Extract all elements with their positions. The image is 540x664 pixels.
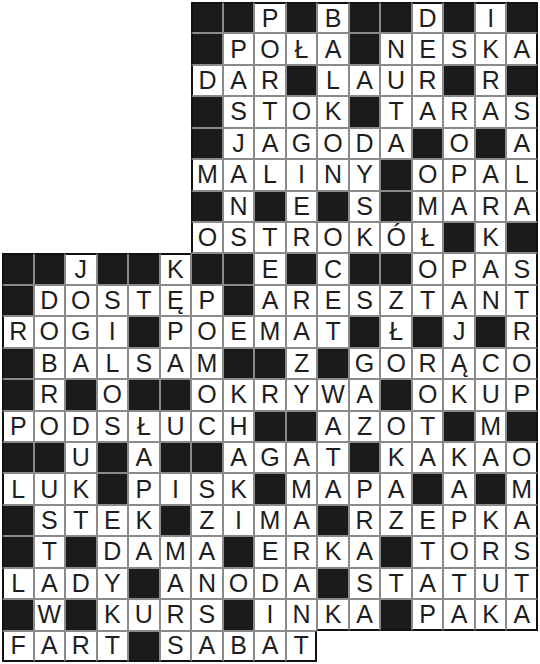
letter-cell-r11c13[interactable]: Ł — [380, 316, 412, 347]
letter-cell-r11c7[interactable]: O — [191, 316, 223, 347]
letter-cell-r12c3[interactable]: A — [65, 348, 97, 379]
letter-cell-r5c12[interactable]: D — [349, 128, 381, 159]
letter-cell-r12c2[interactable]: B — [34, 348, 66, 379]
block-cell-r7c13 — [380, 191, 412, 222]
letter-cell-r9c9[interactable]: E — [254, 253, 286, 284]
letter-cell-r20c9[interactable]: I — [254, 599, 286, 630]
letter-cell-r18c9[interactable]: E — [254, 536, 286, 567]
outside-area — [128, 222, 160, 253]
letter-cell-r19c1[interactable]: L — [2, 568, 34, 599]
outside-area — [34, 2, 66, 33]
letter-cell-r3c12[interactable]: A — [349, 65, 381, 96]
letter-cell-r21c10[interactable]: T — [286, 631, 318, 662]
letter-cell-r19c14[interactable]: A — [412, 568, 444, 599]
block-cell-r17c11 — [317, 505, 349, 536]
letter-cell-r5c15[interactable]: O — [443, 128, 475, 159]
outside-area — [97, 222, 129, 253]
letter-cell-r21c3[interactable]: R — [65, 631, 97, 662]
letter-cell-r16c15[interactable]: A — [443, 473, 475, 504]
letter-cell-r17c3[interactable]: T — [65, 505, 97, 536]
outside-area — [160, 65, 192, 96]
letter-cell-r19c6[interactable]: A — [160, 568, 192, 599]
block-cell-r14c10 — [286, 411, 318, 442]
outside-area — [506, 631, 538, 662]
block-cell-r13c5 — [128, 379, 160, 410]
outside-area — [2, 33, 34, 64]
block-cell-r17c1 — [2, 505, 34, 536]
letter-cell-r11c6[interactable]: P — [160, 316, 192, 347]
letter-cell-r18c5[interactable]: A — [128, 536, 160, 567]
letter-cell-r19c16[interactable]: U — [475, 568, 507, 599]
block-cell-r15c12 — [349, 442, 381, 473]
letter-cell-r2c11[interactable]: A — [317, 33, 349, 64]
block-cell-r3c17 — [506, 65, 538, 96]
letter-cell-r8c11[interactable]: O — [317, 222, 349, 253]
letter-cell-r18c6[interactable]: M — [160, 536, 192, 567]
letter-cell-r15c9[interactable]: G — [254, 442, 286, 473]
letter-cell-r11c10[interactable]: A — [286, 316, 318, 347]
letter-cell-r17c13[interactable]: Z — [380, 505, 412, 536]
letter-cell-r10c4[interactable]: S — [97, 285, 129, 316]
letter-cell-r16c17[interactable]: M — [506, 473, 538, 504]
letter-cell-r11c9[interactable]: M — [254, 316, 286, 347]
block-cell-r1c8 — [223, 2, 255, 33]
letter-cell-r4c16[interactable]: A — [475, 96, 507, 127]
letter-cell-r14c8[interactable]: H — [223, 411, 255, 442]
letter-cell-r18c16[interactable]: R — [475, 536, 507, 567]
letter-cell-r19c17[interactable]: T — [506, 568, 538, 599]
letter-cell-r16c3[interactable]: K — [65, 473, 97, 504]
outside-area — [34, 159, 66, 190]
outside-area — [65, 65, 97, 96]
letter-cell-r11c11[interactable]: T — [317, 316, 349, 347]
letter-cell-r17c10[interactable]: A — [286, 505, 318, 536]
letter-cell-r7c8[interactable]: N — [223, 191, 255, 222]
letter-cell-r8c12[interactable]: K — [349, 222, 381, 253]
outside-area — [349, 631, 381, 662]
block-cell-r5c16 — [475, 128, 507, 159]
letter-cell-r12c13[interactable]: O — [380, 348, 412, 379]
outside-area — [97, 159, 129, 190]
outside-area — [128, 128, 160, 159]
letter-cell-r10c12[interactable]: S — [349, 285, 381, 316]
letter-cell-r2c14[interactable]: E — [412, 33, 444, 64]
block-cell-r1c10 — [286, 2, 318, 33]
block-cell-r9c13 — [380, 253, 412, 284]
letter-cell-r7c16[interactable]: R — [475, 191, 507, 222]
letter-cell-r19c8[interactable]: O — [223, 568, 255, 599]
letter-cell-r17c8[interactable]: I — [223, 505, 255, 536]
letter-cell-r20c7[interactable]: S — [191, 599, 223, 630]
outside-area — [2, 222, 34, 253]
letter-cell-r15c15[interactable]: K — [443, 442, 475, 473]
letter-cell-r12c12[interactable]: G — [349, 348, 381, 379]
letter-cell-r19c2[interactable]: A — [34, 568, 66, 599]
letter-cell-r2c9[interactable]: O — [254, 33, 286, 64]
outside-area — [412, 631, 444, 662]
letter-cell-r17c15[interactable]: P — [443, 505, 475, 536]
letter-cell-r19c10[interactable]: A — [286, 568, 318, 599]
block-cell-r10c8 — [223, 285, 255, 316]
letter-cell-r9c11[interactable]: C — [317, 253, 349, 284]
letter-cell-r11c4[interactable]: I — [97, 316, 129, 347]
letter-cell-r14c2[interactable]: O — [34, 411, 66, 442]
letter-cell-r21c2[interactable]: A — [34, 631, 66, 662]
block-cell-r13c13 — [380, 379, 412, 410]
letter-cell-r15c13[interactable]: K — [380, 442, 412, 473]
letter-cell-r17c2[interactable]: S — [34, 505, 66, 536]
letter-cell-r11c8[interactable]: E — [223, 316, 255, 347]
letter-cell-r21c9[interactable]: A — [254, 631, 286, 662]
letter-cell-r14c1[interactable]: P — [2, 411, 34, 442]
letter-cell-r6c16[interactable]: A — [475, 159, 507, 190]
letter-cell-r12c10[interactable]: Z — [286, 348, 318, 379]
letter-cell-r2c16[interactable]: K — [475, 33, 507, 64]
letter-cell-r8c7[interactable]: O — [191, 222, 223, 253]
letter-cell-r13c16[interactable]: U — [475, 379, 507, 410]
outside-area — [317, 631, 349, 662]
letter-cell-r10c9[interactable]: A — [254, 285, 286, 316]
letter-cell-r5c8[interactable]: J — [223, 128, 255, 159]
letter-cell-r1c14[interactable]: D — [412, 2, 444, 33]
letter-cell-r1c16[interactable]: I — [475, 2, 507, 33]
letter-cell-r20c10[interactable]: N — [286, 599, 318, 630]
letter-cell-r14c13[interactable]: O — [380, 411, 412, 442]
letter-cell-r9c6[interactable]: K — [160, 253, 192, 284]
letter-cell-r4c17[interactable]: S — [506, 96, 538, 127]
letter-cell-r16c5[interactable]: P — [128, 473, 160, 504]
letter-cell-r2c15[interactable]: S — [443, 33, 475, 64]
block-cell-r20c13 — [380, 599, 412, 630]
letter-cell-r3c11[interactable]: L — [317, 65, 349, 96]
letter-cell-r3c13[interactable]: U — [380, 65, 412, 96]
block-cell-r3c10 — [286, 65, 318, 96]
outside-area — [2, 159, 34, 190]
block-cell-r17c6 — [160, 505, 192, 536]
letter-cell-r4c15[interactable]: R — [443, 96, 475, 127]
letter-cell-r6c11[interactable]: N — [317, 159, 349, 190]
letter-cell-r13c9[interactable]: R — [254, 379, 286, 410]
letter-cell-r12c7[interactable]: M — [191, 348, 223, 379]
outside-area — [65, 33, 97, 64]
letter-cell-r7c12[interactable]: S — [349, 191, 381, 222]
letter-cell-r16c2[interactable]: U — [34, 473, 66, 504]
letter-cell-r20c11[interactable]: K — [317, 599, 349, 630]
letter-cell-r6c12[interactable]: Y — [349, 159, 381, 190]
letter-cell-r13c15[interactable]: K — [443, 379, 475, 410]
letter-cell-r18c17[interactable]: S — [506, 536, 538, 567]
letter-cell-r17c12[interactable]: R — [349, 505, 381, 536]
block-cell-r1c15 — [443, 2, 475, 33]
letter-cell-r11c1[interactable]: R — [2, 316, 34, 347]
letter-cell-r8c13[interactable]: Ó — [380, 222, 412, 253]
block-cell-r5c7 — [191, 128, 223, 159]
letter-cell-r13c8[interactable]: K — [223, 379, 255, 410]
letter-cell-r9c16[interactable]: A — [475, 253, 507, 284]
letter-cell-r9c15[interactable]: P — [443, 253, 475, 284]
letter-cell-r16c12[interactable]: P — [349, 473, 381, 504]
letter-cell-r20c15[interactable]: A — [443, 599, 475, 630]
letter-cell-r16c11[interactable]: A — [317, 473, 349, 504]
outside-area — [65, 2, 97, 33]
letter-cell-r10c10[interactable]: R — [286, 285, 318, 316]
letter-cell-r17c9[interactable]: M — [254, 505, 286, 536]
letter-cell-r12c6[interactable]: A — [160, 348, 192, 379]
letter-cell-r15c14[interactable]: A — [412, 442, 444, 473]
letter-cell-r15c11[interactable]: T — [317, 442, 349, 473]
letter-cell-r11c17[interactable]: R — [506, 316, 538, 347]
letter-cell-r3c7[interactable]: D — [191, 65, 223, 96]
letter-cell-r3c14[interactable]: R — [412, 65, 444, 96]
letter-cell-r5c17[interactable]: A — [506, 128, 538, 159]
outside-area — [160, 128, 192, 159]
block-cell-r18c8 — [223, 536, 255, 567]
letter-cell-r20c12[interactable]: A — [349, 599, 381, 630]
letter-cell-r13c17[interactable]: P — [506, 379, 538, 410]
letter-cell-r7c15[interactable]: A — [443, 191, 475, 222]
letter-cell-r15c8[interactable]: A — [223, 442, 255, 473]
letter-cell-r20c6[interactable]: R — [160, 599, 192, 630]
letter-cell-r17c14[interactable]: E — [412, 505, 444, 536]
letter-cell-r18c10[interactable]: R — [286, 536, 318, 567]
block-cell-r11c5 — [128, 316, 160, 347]
letter-cell-r18c7[interactable]: A — [191, 536, 223, 567]
letter-cell-r16c1[interactable]: L — [2, 473, 34, 504]
letter-cell-r7c14[interactable]: M — [412, 191, 444, 222]
letter-cell-r10c15[interactable]: A — [443, 285, 475, 316]
letter-cell-r16c6[interactable]: I — [160, 473, 192, 504]
letter-cell-r14c11[interactable]: A — [317, 411, 349, 442]
letter-cell-r12c4[interactable]: L — [97, 348, 129, 379]
letter-cell-r2c17[interactable]: A — [506, 33, 538, 64]
letter-cell-r12c14[interactable]: R — [412, 348, 444, 379]
letter-cell-r21c6[interactable]: S — [160, 631, 192, 662]
letter-cell-r10c6[interactable]: Ę — [160, 285, 192, 316]
letter-cell-r8c14[interactable]: Ł — [412, 222, 444, 253]
letter-cell-r20c2[interactable]: W — [34, 599, 66, 630]
letter-cell-r13c11[interactable]: W — [317, 379, 349, 410]
block-cell-r18c1 — [2, 536, 34, 567]
outside-area — [128, 159, 160, 190]
block-cell-r16c14 — [412, 473, 444, 504]
letter-cell-r1c9[interactable]: P — [254, 2, 286, 33]
letter-cell-r16c10[interactable]: M — [286, 473, 318, 504]
letter-cell-r21c7[interactable]: A — [191, 631, 223, 662]
letter-cell-r10c5[interactable]: T — [128, 285, 160, 316]
outside-area — [443, 631, 475, 662]
block-cell-r11c14 — [412, 316, 444, 347]
letter-cell-r14c12[interactable]: Z — [349, 411, 381, 442]
letter-cell-r2c13[interactable]: N — [380, 33, 412, 64]
letter-cell-r4c13[interactable]: T — [380, 96, 412, 127]
letter-cell-r16c8[interactable]: K — [223, 473, 255, 504]
letter-cell-r12c16[interactable]: C — [475, 348, 507, 379]
letter-cell-r21c1[interactable]: F — [2, 631, 34, 662]
letter-cell-r19c12[interactable]: S — [349, 568, 381, 599]
letter-cell-r15c16[interactable]: A — [475, 442, 507, 473]
letter-cell-r5c13[interactable]: A — [380, 128, 412, 159]
letter-cell-r10c13[interactable]: Z — [380, 285, 412, 316]
block-cell-r16c9 — [254, 473, 286, 504]
letter-cell-r19c4[interactable]: Y — [97, 568, 129, 599]
letter-cell-r3c16[interactable]: R — [475, 65, 507, 96]
letter-cell-r6c10[interactable]: I — [286, 159, 318, 190]
outside-area — [475, 631, 507, 662]
letter-cell-r19c9[interactable]: D — [254, 568, 286, 599]
outside-area — [34, 33, 66, 64]
letter-cell-r13c14[interactable]: O — [412, 379, 444, 410]
letter-cell-r14c16[interactable]: M — [475, 411, 507, 442]
block-cell-r1c7 — [191, 2, 223, 33]
letter-cell-r11c15[interactable]: J — [443, 316, 475, 347]
letter-cell-r8c16[interactable]: K — [475, 222, 507, 253]
letter-cell-r20c5[interactable]: U — [128, 599, 160, 630]
letter-cell-r9c14[interactable]: O — [412, 253, 444, 284]
block-cell-r9c7 — [191, 253, 223, 284]
letter-cell-r14c6[interactable]: U — [160, 411, 192, 442]
letter-cell-r9c17[interactable]: S — [506, 253, 538, 284]
letter-cell-r16c13[interactable]: A — [380, 473, 412, 504]
letter-cell-r18c14[interactable]: T — [412, 536, 444, 567]
letter-cell-r18c15[interactable]: O — [443, 536, 475, 567]
letter-cell-r13c10[interactable]: Y — [286, 379, 318, 410]
block-cell-r1c12 — [349, 2, 381, 33]
block-cell-r16c16 — [475, 473, 507, 504]
letter-cell-r10c3[interactable]: O — [65, 285, 97, 316]
letter-cell-r14c4[interactable]: S — [97, 411, 129, 442]
letter-cell-r5c11[interactable]: O — [317, 128, 349, 159]
letter-cell-r6c8[interactable]: A — [223, 159, 255, 190]
block-cell-r7c11 — [317, 191, 349, 222]
letter-cell-r15c17[interactable]: O — [506, 442, 538, 473]
letter-cell-r7c10[interactable]: E — [286, 191, 318, 222]
block-cell-r9c10 — [286, 253, 318, 284]
letter-cell-r17c4[interactable]: E — [97, 505, 129, 536]
letter-cell-r13c4[interactable]: O — [97, 379, 129, 410]
letter-cell-r8c10[interactable]: R — [286, 222, 318, 253]
letter-cell-r6c14[interactable]: O — [412, 159, 444, 190]
outside-area — [2, 96, 34, 127]
letter-cell-r10c17[interactable]: T — [506, 285, 538, 316]
letter-cell-r11c3[interactable]: G — [65, 316, 97, 347]
letter-cell-r15c10[interactable]: A — [286, 442, 318, 473]
letter-cell-r1c11[interactable]: B — [317, 2, 349, 33]
letter-cell-r18c4[interactable]: D — [97, 536, 129, 567]
letter-cell-r20c14[interactable]: P — [412, 599, 444, 630]
letter-cell-r19c7[interactable]: N — [191, 568, 223, 599]
letter-cell-r3c8[interactable]: A — [223, 65, 255, 96]
letter-cell-r13c7[interactable]: O — [191, 379, 223, 410]
letter-cell-r7c17[interactable]: A — [506, 191, 538, 222]
outside-area — [128, 65, 160, 96]
block-cell-r9c1 — [2, 253, 34, 284]
letter-cell-r19c13[interactable]: T — [380, 568, 412, 599]
letter-cell-r2c10[interactable]: Ł — [286, 33, 318, 64]
letter-cell-r17c17[interactable]: A — [506, 505, 538, 536]
block-cell-r2c7 — [191, 33, 223, 64]
block-cell-r1c17 — [506, 2, 538, 33]
letter-cell-r19c15[interactable]: T — [443, 568, 475, 599]
letter-cell-r20c17[interactable]: A — [506, 599, 538, 630]
crossword-board: PBDIPOŁANESKADARLAURRSTOKTARASJAGODAOAMA… — [2, 2, 538, 662]
block-cell-r5c14 — [412, 128, 444, 159]
letter-cell-r12c5[interactable]: S — [128, 348, 160, 379]
letter-cell-r5c10[interactable]: G — [286, 128, 318, 159]
letter-cell-r3c9[interactable]: R — [254, 65, 286, 96]
letter-cell-r19c3[interactable]: D — [65, 568, 97, 599]
letter-cell-r2c8[interactable]: P — [223, 33, 255, 64]
block-cell-r12c8 — [223, 348, 255, 379]
letter-cell-r14c5[interactable]: Ł — [128, 411, 160, 442]
letter-cell-r4c9[interactable]: T — [254, 96, 286, 127]
letter-cell-r14c3[interactable]: D — [65, 411, 97, 442]
letter-cell-r15c5[interactable]: A — [128, 442, 160, 473]
letter-cell-r17c16[interactable]: K — [475, 505, 507, 536]
block-cell-r20c1 — [2, 599, 34, 630]
letter-cell-r6c17[interactable]: L — [506, 159, 538, 190]
letter-cell-r12c17[interactable]: O — [506, 348, 538, 379]
outside-area — [128, 191, 160, 222]
outside-area — [160, 191, 192, 222]
letter-cell-r17c7[interactable]: Z — [191, 505, 223, 536]
letter-cell-r4c11[interactable]: K — [317, 96, 349, 127]
letter-cell-r21c8[interactable]: B — [223, 631, 255, 662]
letter-cell-r16c7[interactable]: S — [191, 473, 223, 504]
outside-area — [65, 159, 97, 190]
letter-cell-r4c14[interactable]: A — [412, 96, 444, 127]
letter-cell-r13c2[interactable]: R — [34, 379, 66, 410]
letter-cell-r15c3[interactable]: U — [65, 442, 97, 473]
letter-cell-r14c14[interactable]: T — [412, 411, 444, 442]
letter-cell-r8c9[interactable]: T — [254, 222, 286, 253]
block-cell-r15c6 — [160, 442, 192, 473]
letter-cell-r18c11[interactable]: K — [317, 536, 349, 567]
letter-cell-r4c8[interactable]: S — [223, 96, 255, 127]
letter-cell-r10c11[interactable]: E — [317, 285, 349, 316]
letter-cell-r10c2[interactable]: D — [34, 285, 66, 316]
letter-cell-r5c9[interactable]: A — [254, 128, 286, 159]
letter-cell-r10c16[interactable]: N — [475, 285, 507, 316]
letter-cell-r6c9[interactable]: L — [254, 159, 286, 190]
letter-cell-r18c12[interactable]: A — [349, 536, 381, 567]
block-cell-r12c1 — [2, 348, 34, 379]
letter-cell-r21c4[interactable]: T — [97, 631, 129, 662]
letter-cell-r10c14[interactable]: T — [412, 285, 444, 316]
outside-area — [34, 128, 66, 159]
letter-cell-r6c7[interactable]: M — [191, 159, 223, 190]
block-cell-r15c7 — [191, 442, 223, 473]
letter-cell-r17c5[interactable]: K — [128, 505, 160, 536]
letter-cell-r12c15[interactable]: Ą — [443, 348, 475, 379]
letter-cell-r11c2[interactable]: O — [34, 316, 66, 347]
block-cell-r3c15 — [443, 65, 475, 96]
outside-area — [160, 222, 192, 253]
letter-cell-r18c2[interactable]: T — [34, 536, 66, 567]
block-cell-r11c16 — [475, 316, 507, 347]
block-cell-r12c9 — [254, 348, 286, 379]
letter-cell-r4c10[interactable]: O — [286, 96, 318, 127]
letter-cell-r8c8[interactable]: S — [223, 222, 255, 253]
outside-area — [97, 128, 129, 159]
letter-cell-r14c7[interactable]: C — [191, 411, 223, 442]
letter-cell-r10c7[interactable]: P — [191, 285, 223, 316]
letter-cell-r13c12[interactable]: A — [349, 379, 381, 410]
letter-cell-r9c3[interactable]: J — [65, 253, 97, 284]
letter-cell-r20c4[interactable]: K — [97, 599, 129, 630]
letter-cell-r6c15[interactable]: P — [443, 159, 475, 190]
block-cell-r18c3 — [65, 536, 97, 567]
letter-cell-r20c16[interactable]: K — [475, 599, 507, 630]
